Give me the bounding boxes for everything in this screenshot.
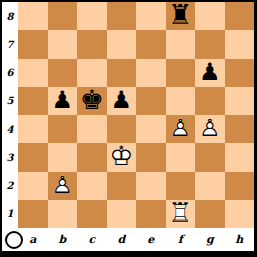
square-c7[interactable] bbox=[77, 30, 107, 58]
square-d6[interactable] bbox=[107, 59, 137, 87]
square-d5[interactable]: ♟ bbox=[107, 87, 137, 115]
file-label-e: e bbox=[136, 228, 166, 251]
chess-board: ♜♟♟♚♟♟♙♟♙♚♔♟♙♜♖ bbox=[18, 2, 254, 228]
square-f3[interactable] bbox=[166, 143, 196, 171]
square-e6[interactable] bbox=[136, 59, 166, 87]
rank-label-4: 4 bbox=[2, 115, 18, 143]
rank-label-2: 2 bbox=[2, 172, 18, 200]
piece-outline: ♙ bbox=[195, 116, 225, 140]
piece-glyph: ♟ bbox=[107, 88, 137, 112]
piece-glyph: ♜ bbox=[166, 2, 196, 29]
square-e4[interactable] bbox=[136, 115, 166, 143]
square-e5[interactable] bbox=[136, 87, 166, 115]
square-g8[interactable] bbox=[195, 2, 225, 30]
square-c4[interactable] bbox=[77, 115, 107, 143]
square-g5[interactable] bbox=[195, 87, 225, 115]
square-a4[interactable] bbox=[18, 115, 48, 143]
piece-black-pawn[interactable]: ♟ bbox=[107, 87, 137, 115]
square-f1[interactable]: ♜♖ bbox=[166, 200, 196, 228]
square-e7[interactable] bbox=[136, 30, 166, 58]
file-label-d: d bbox=[107, 228, 137, 251]
side-to-move-indicator bbox=[5, 231, 23, 249]
square-h7[interactable] bbox=[225, 30, 255, 58]
square-g2[interactable] bbox=[195, 172, 225, 200]
piece-white-king[interactable]: ♚♔ bbox=[107, 143, 137, 171]
square-c6[interactable] bbox=[77, 59, 107, 87]
square-b5[interactable]: ♟ bbox=[48, 87, 78, 115]
square-a3[interactable] bbox=[18, 143, 48, 171]
piece-outline: ♔ bbox=[107, 143, 137, 170]
piece-white-rook[interactable]: ♜♖ bbox=[166, 200, 196, 228]
square-d2[interactable] bbox=[107, 172, 137, 200]
piece-black-pawn[interactable]: ♟ bbox=[195, 59, 225, 87]
square-e3[interactable] bbox=[136, 143, 166, 171]
square-d4[interactable] bbox=[107, 115, 137, 143]
square-a6[interactable] bbox=[18, 59, 48, 87]
square-f2[interactable] bbox=[166, 172, 196, 200]
piece-glyph: ♟ bbox=[195, 60, 225, 84]
file-label-c: c bbox=[77, 228, 107, 251]
square-d1[interactable] bbox=[107, 200, 137, 228]
square-f4[interactable]: ♟♙ bbox=[166, 115, 196, 143]
piece-outline: ♖ bbox=[166, 200, 196, 227]
square-g3[interactable] bbox=[195, 143, 225, 171]
square-g4[interactable]: ♟♙ bbox=[195, 115, 225, 143]
square-c5[interactable]: ♚ bbox=[77, 87, 107, 115]
square-h1[interactable] bbox=[225, 200, 255, 228]
file-label-b: b bbox=[48, 228, 78, 251]
square-h2[interactable] bbox=[225, 172, 255, 200]
piece-black-rook[interactable]: ♜ bbox=[166, 2, 196, 30]
square-f7[interactable] bbox=[166, 30, 196, 58]
chess-diagram: 87654321 ♜♟♟♚♟♟♙♟♙♚♔♟♙♜♖ abcdefgh bbox=[0, 0, 257, 257]
square-c1[interactable] bbox=[77, 200, 107, 228]
square-f6[interactable] bbox=[166, 59, 196, 87]
square-e8[interactable] bbox=[136, 2, 166, 30]
piece-black-king[interactable]: ♚ bbox=[77, 87, 107, 115]
piece-outline: ♙ bbox=[166, 116, 196, 140]
square-a7[interactable] bbox=[18, 30, 48, 58]
square-e1[interactable] bbox=[136, 200, 166, 228]
square-f5[interactable] bbox=[166, 87, 196, 115]
file-label-f: f bbox=[166, 228, 196, 251]
square-g6[interactable]: ♟ bbox=[195, 59, 225, 87]
square-a2[interactable] bbox=[18, 172, 48, 200]
square-a5[interactable] bbox=[18, 87, 48, 115]
square-b6[interactable] bbox=[48, 59, 78, 87]
piece-glyph: ♚ bbox=[77, 87, 107, 114]
file-label-h: h bbox=[225, 228, 255, 251]
square-b4[interactable] bbox=[48, 115, 78, 143]
square-h8[interactable] bbox=[225, 2, 255, 30]
piece-white-pawn[interactable]: ♟♙ bbox=[195, 115, 225, 143]
square-c3[interactable] bbox=[77, 143, 107, 171]
square-h5[interactable] bbox=[225, 87, 255, 115]
rank-label-6: 6 bbox=[2, 59, 18, 87]
square-d8[interactable] bbox=[107, 2, 137, 30]
piece-white-pawn[interactable]: ♟♙ bbox=[48, 172, 78, 200]
rank-labels: 87654321 bbox=[2, 2, 18, 228]
square-d3[interactable]: ♚♔ bbox=[107, 143, 137, 171]
rank-label-3: 3 bbox=[2, 143, 18, 171]
piece-outline: ♙ bbox=[48, 173, 78, 197]
piece-white-pawn[interactable]: ♟♙ bbox=[166, 115, 196, 143]
square-b1[interactable] bbox=[48, 200, 78, 228]
file-label-g: g bbox=[195, 228, 225, 251]
file-labels: abcdefgh bbox=[18, 228, 254, 251]
rank-label-1: 1 bbox=[2, 200, 18, 228]
piece-black-pawn[interactable]: ♟ bbox=[48, 87, 78, 115]
square-b7[interactable] bbox=[48, 30, 78, 58]
rank-label-7: 7 bbox=[2, 30, 18, 58]
square-h4[interactable] bbox=[225, 115, 255, 143]
square-h6[interactable] bbox=[225, 59, 255, 87]
square-c2[interactable] bbox=[77, 172, 107, 200]
square-b2[interactable]: ♟♙ bbox=[48, 172, 78, 200]
square-e2[interactable] bbox=[136, 172, 166, 200]
square-a8[interactable] bbox=[18, 2, 48, 30]
rank-label-5: 5 bbox=[2, 87, 18, 115]
square-g1[interactable] bbox=[195, 200, 225, 228]
piece-glyph: ♟ bbox=[48, 88, 78, 112]
square-b3[interactable] bbox=[48, 143, 78, 171]
rank-label-8: 8 bbox=[2, 2, 18, 30]
square-c8[interactable] bbox=[77, 2, 107, 30]
square-b8[interactable] bbox=[48, 2, 78, 30]
square-d7[interactable] bbox=[107, 30, 137, 58]
square-a1[interactable] bbox=[18, 200, 48, 228]
square-f8[interactable]: ♜ bbox=[166, 2, 196, 30]
square-g7[interactable] bbox=[195, 30, 225, 58]
square-h3[interactable] bbox=[225, 143, 255, 171]
